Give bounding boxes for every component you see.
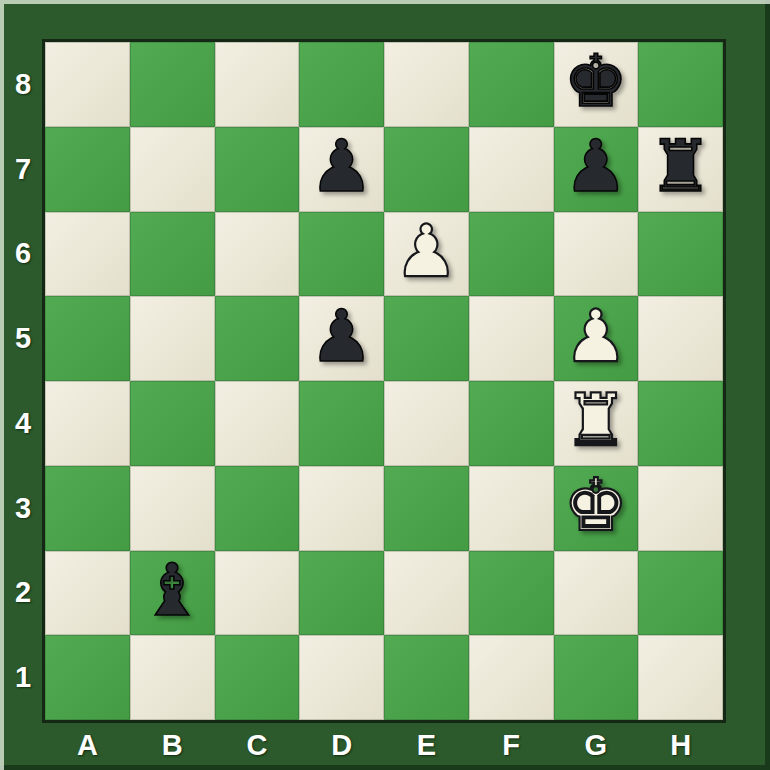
file-labels: ABCDEFGH [45, 723, 723, 767]
square-a3[interactable] [45, 466, 130, 551]
square-f6[interactable] [469, 212, 554, 297]
square-b6[interactable] [130, 212, 215, 297]
white-pawn[interactable]: ♟ [564, 300, 629, 372]
file-label-b: B [130, 723, 215, 767]
square-h6[interactable] [638, 212, 723, 297]
square-g4[interactable]: ♜ [554, 381, 639, 466]
square-g7[interactable]: ♟ [554, 127, 639, 212]
file-label-a: A [45, 723, 130, 767]
square-h4[interactable] [638, 381, 723, 466]
square-e7[interactable] [384, 127, 469, 212]
rank-label-7: 7 [0, 127, 42, 212]
square-a7[interactable] [45, 127, 130, 212]
square-a2[interactable] [45, 551, 130, 636]
square-e4[interactable] [384, 381, 469, 466]
square-f3[interactable] [469, 466, 554, 551]
square-c7[interactable] [215, 127, 300, 212]
square-e5[interactable] [384, 296, 469, 381]
square-g5[interactable]: ♟ [554, 296, 639, 381]
square-a8[interactable] [45, 42, 130, 127]
square-d7[interactable]: ♟ [299, 127, 384, 212]
rank-labels: 87654321 [0, 42, 42, 720]
square-a4[interactable] [45, 381, 130, 466]
rank-label-1: 1 [0, 635, 42, 720]
rank-label-3: 3 [0, 466, 42, 551]
square-f5[interactable] [469, 296, 554, 381]
white-rook[interactable]: ♜ [564, 384, 629, 456]
square-d2[interactable] [299, 551, 384, 636]
black-bishop[interactable]: ♝ [140, 554, 205, 626]
square-c6[interactable] [215, 212, 300, 297]
square-c4[interactable] [215, 381, 300, 466]
square-g6[interactable] [554, 212, 639, 297]
square-a6[interactable] [45, 212, 130, 297]
square-f2[interactable] [469, 551, 554, 636]
square-b2[interactable]: ♝ [130, 551, 215, 636]
chess-board: ♚♟♟♜♟♟♟♜♚♝ [42, 39, 726, 723]
black-pawn[interactable]: ♟ [309, 130, 374, 202]
black-rook[interactable]: ♜ [648, 130, 713, 202]
square-h5[interactable] [638, 296, 723, 381]
square-h8[interactable] [638, 42, 723, 127]
file-label-e: E [384, 723, 469, 767]
square-d5[interactable]: ♟ [299, 296, 384, 381]
square-b7[interactable] [130, 127, 215, 212]
square-d8[interactable] [299, 42, 384, 127]
square-f7[interactable] [469, 127, 554, 212]
square-d1[interactable] [299, 635, 384, 720]
square-h1[interactable] [638, 635, 723, 720]
black-pawn[interactable]: ♟ [564, 130, 629, 202]
rank-label-5: 5 [0, 296, 42, 381]
square-c3[interactable] [215, 466, 300, 551]
square-c2[interactable] [215, 551, 300, 636]
file-label-g: G [554, 723, 639, 767]
square-e6[interactable]: ♟ [384, 212, 469, 297]
square-b8[interactable] [130, 42, 215, 127]
square-h7[interactable]: ♜ [638, 127, 723, 212]
white-king[interactable]: ♚ [564, 469, 629, 541]
square-d3[interactable] [299, 466, 384, 551]
square-f1[interactable] [469, 635, 554, 720]
square-g2[interactable] [554, 551, 639, 636]
square-c8[interactable] [215, 42, 300, 127]
square-e1[interactable] [384, 635, 469, 720]
square-e8[interactable] [384, 42, 469, 127]
square-e2[interactable] [384, 551, 469, 636]
square-b4[interactable] [130, 381, 215, 466]
rank-label-2: 2 [0, 551, 42, 636]
square-f8[interactable] [469, 42, 554, 127]
square-b3[interactable] [130, 466, 215, 551]
square-g3[interactable]: ♚ [554, 466, 639, 551]
square-d4[interactable] [299, 381, 384, 466]
square-b5[interactable] [130, 296, 215, 381]
rank-label-8: 8 [0, 42, 42, 127]
black-pawn[interactable]: ♟ [309, 300, 374, 372]
white-pawn[interactable]: ♟ [394, 215, 459, 287]
square-d6[interactable] [299, 212, 384, 297]
file-label-d: D [299, 723, 384, 767]
board-frame: 87654321 ♚♟♟♜♟♟♟♜♚♝ ABCDEFGH [0, 0, 770, 770]
square-g8[interactable]: ♚ [554, 42, 639, 127]
black-king[interactable]: ♚ [564, 45, 629, 117]
square-c5[interactable] [215, 296, 300, 381]
square-f4[interactable] [469, 381, 554, 466]
square-g1[interactable] [554, 635, 639, 720]
file-label-f: F [469, 723, 554, 767]
file-label-h: H [638, 723, 723, 767]
square-a1[interactable] [45, 635, 130, 720]
square-c1[interactable] [215, 635, 300, 720]
square-b1[interactable] [130, 635, 215, 720]
square-h2[interactable] [638, 551, 723, 636]
rank-label-4: 4 [0, 381, 42, 466]
square-h3[interactable] [638, 466, 723, 551]
square-a5[interactable] [45, 296, 130, 381]
rank-label-6: 6 [0, 212, 42, 297]
file-label-c: C [215, 723, 300, 767]
square-e3[interactable] [384, 466, 469, 551]
